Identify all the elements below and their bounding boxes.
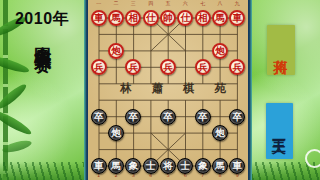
piece-black-soldier[interactable]: 卒 (91, 109, 107, 125)
piece-red-horse[interactable]: 馬 (108, 10, 124, 26)
file-coordinate: 八 (211, 0, 228, 7)
file-coordinate: 七 (194, 0, 211, 7)
piece-black-soldier[interactable]: 卒 (125, 109, 141, 125)
file-coordinate: 五 (159, 0, 176, 7)
file-coordinate: 九 (229, 0, 246, 7)
piece-black-advisor[interactable]: 士 (177, 158, 193, 174)
piece-red-horse[interactable]: 馬 (212, 10, 228, 26)
piece-red-soldier[interactable]: 兵 (160, 59, 176, 75)
piece-red-general[interactable]: 帥 (160, 10, 176, 26)
piece-black-horse[interactable]: 馬 (212, 158, 228, 174)
piece-red-chariot[interactable]: 車 (91, 10, 107, 26)
piece-black-elephant[interactable]: 象 (195, 158, 211, 174)
piece-black-cannon[interactable]: 炮 (212, 125, 228, 141)
thumbnail-stage: 2010年 全国象棋个人赛 一二三四五六七八九 123 (0, 0, 320, 180)
file-coordinate: 三 (125, 0, 142, 7)
piece-red-elephant[interactable]: 相 (125, 10, 141, 26)
piece-red-cannon[interactable]: 炮 (108, 43, 124, 59)
pieces-grid: 車馬相仕帥仕相馬車炮炮兵兵兵兵兵卒卒卒卒卒炮炮車馬象士将士象馬車 (90, 10, 246, 174)
piece-black-general[interactable]: 将 (160, 158, 176, 174)
piece-black-soldier[interactable]: 卒 (195, 109, 211, 125)
file-coordinate: 六 (177, 0, 194, 7)
file-coordinate: 一 (90, 0, 107, 7)
event-year: 2010年 (0, 9, 84, 30)
piece-red-advisor[interactable]: 仕 (177, 10, 193, 26)
board-surface: 一二三四五六七八九 123456789 林蕭棋苑 車馬相仕帥仕相馬車炮炮兵兵兵兵… (88, 0, 248, 180)
piece-red-advisor[interactable]: 仕 (143, 10, 159, 26)
player-name-red: 蒋川 (267, 25, 295, 75)
file-coordinate: 四 (142, 0, 159, 7)
piece-black-elephant[interactable]: 象 (125, 158, 141, 174)
piece-black-horse[interactable]: 馬 (108, 158, 124, 174)
piece-red-cannon[interactable]: 炮 (212, 43, 228, 59)
piece-red-soldier[interactable]: 兵 (229, 59, 245, 75)
piece-black-soldier[interactable]: 卒 (160, 109, 176, 125)
piece-red-soldier[interactable]: 兵 (91, 59, 107, 75)
piece-red-soldier[interactable]: 兵 (125, 59, 141, 75)
piece-black-chariot[interactable]: 車 (91, 158, 107, 174)
player-name-black: 王天一 (266, 103, 293, 159)
piece-red-chariot[interactable]: 車 (229, 10, 245, 26)
piece-black-soldier[interactable]: 卒 (229, 109, 245, 125)
piece-red-elephant[interactable]: 相 (195, 10, 211, 26)
event-title: 全国象棋个人赛 (34, 32, 51, 178)
piece-black-chariot[interactable]: 車 (229, 158, 245, 174)
piece-black-advisor[interactable]: 士 (143, 158, 159, 174)
xiangqi-board: 一二三四五六七八九 123456789 林蕭棋苑 車馬相仕帥仕相馬車炮炮兵兵兵兵… (84, 0, 252, 180)
ring-decoration (305, 149, 320, 168)
file-coordinate: 二 (107, 0, 124, 7)
piece-black-cannon[interactable]: 炮 (108, 125, 124, 141)
piece-red-soldier[interactable]: 兵 (195, 59, 211, 75)
right-players-panel: 蒋川 王天一 (252, 0, 320, 180)
left-title-panel: 2010年 全国象棋个人赛 (0, 0, 84, 180)
file-coordinates-top: 一二三四五六七八九 (90, 0, 246, 7)
